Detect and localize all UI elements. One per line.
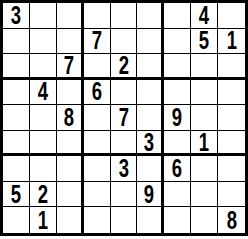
sudoku-cell-r9c2[interactable]: 1: [30, 207, 57, 233]
given-digit: 1: [199, 131, 209, 155]
sudoku-cell-r7c9[interactable]: [218, 156, 245, 182]
given-digit: 3: [144, 131, 154, 155]
sudoku-cell-r9c5[interactable]: [111, 207, 138, 233]
sudoku-cell-r6c8[interactable]: 1: [191, 131, 218, 157]
sudoku-cell-r6c5[interactable]: [111, 131, 138, 157]
sudoku-cell-r4c1[interactable]: [3, 80, 30, 106]
sudoku-cell-r7c4[interactable]: [84, 156, 111, 182]
sudoku-cell-r9c6[interactable]: [137, 207, 164, 233]
sudoku-cell-r5c5[interactable]: 7: [111, 105, 138, 131]
sudoku-cell-r8c6[interactable]: 9: [137, 182, 164, 208]
given-digit: 6: [172, 156, 182, 181]
given-digit: 3: [118, 156, 128, 181]
sudoku-cell-r4c9[interactable]: [218, 80, 245, 106]
sudoku-cell-r9c3[interactable]: [57, 207, 84, 233]
given-digit: 1: [226, 29, 236, 54]
sudoku-cell-r3c5[interactable]: 2: [111, 54, 138, 80]
sudoku-cell-r6c3[interactable]: [57, 131, 84, 157]
sudoku-cell-r2c3[interactable]: [57, 29, 84, 55]
sudoku-cell-r8c1[interactable]: 5: [3, 182, 30, 208]
sudoku-cell-r2c9[interactable]: 1: [218, 29, 245, 55]
sudoku-cell-r5c9[interactable]: [218, 105, 245, 131]
given-digit: 7: [64, 54, 74, 78]
sudoku-cell-r3c2[interactable]: [30, 54, 57, 80]
sudoku-cell-r5c7[interactable]: 9: [164, 105, 191, 131]
sudoku-cell-r9c4[interactable]: [84, 207, 111, 233]
sudoku-cell-r7c2[interactable]: [30, 156, 57, 182]
sudoku-cell-r1c2[interactable]: [30, 3, 57, 29]
given-digit: 4: [38, 80, 48, 105]
sudoku-cell-r8c3[interactable]: [57, 182, 84, 208]
sudoku-cell-r6c2[interactable]: [30, 131, 57, 157]
given-digit: 3: [11, 3, 21, 28]
given-digit: 9: [144, 182, 154, 207]
given-digit: 8: [226, 208, 236, 233]
sudoku-cell-r7c1[interactable]: [3, 156, 30, 182]
sudoku-cell-r1c8[interactable]: 4: [191, 3, 218, 29]
sudoku-cell-r1c6[interactable]: [137, 3, 164, 29]
sudoku-board: 347517246879313652918: [0, 0, 248, 236]
sudoku-cell-r8c7[interactable]: [164, 182, 191, 208]
sudoku-cell-r8c4[interactable]: [84, 182, 111, 208]
sudoku-cell-r7c6[interactable]: [137, 156, 164, 182]
sudoku-cell-r3c7[interactable]: [164, 54, 191, 80]
sudoku-cell-r4c8[interactable]: [191, 80, 218, 106]
given-digit: 1: [38, 208, 48, 233]
sudoku-cell-r2c2[interactable]: [30, 29, 57, 55]
sudoku-cell-r6c4[interactable]: [84, 131, 111, 157]
sudoku-cell-r2c6[interactable]: [137, 29, 164, 55]
sudoku-cell-r4c4[interactable]: 6: [84, 80, 111, 106]
sudoku-cell-r2c8[interactable]: 5: [191, 29, 218, 55]
sudoku-cell-r2c7[interactable]: [164, 29, 191, 55]
sudoku-cell-r3c4[interactable]: [84, 54, 111, 80]
sudoku-cell-r5c6[interactable]: [137, 105, 164, 131]
sudoku-cell-r7c3[interactable]: [57, 156, 84, 182]
sudoku-cell-r2c1[interactable]: [3, 29, 30, 55]
sudoku-cell-r1c3[interactable]: [57, 3, 84, 29]
sudoku-cell-r5c4[interactable]: [84, 105, 111, 131]
sudoku-cell-r4c3[interactable]: [57, 80, 84, 106]
sudoku-cell-r4c2[interactable]: 4: [30, 80, 57, 106]
sudoku-cell-r9c8[interactable]: [191, 207, 218, 233]
sudoku-cell-r8c9[interactable]: [218, 182, 245, 208]
sudoku-cell-r6c6[interactable]: 3: [137, 131, 164, 157]
given-digit: 5: [11, 182, 21, 207]
sudoku-cell-r1c7[interactable]: [164, 3, 191, 29]
sudoku-cell-r6c1[interactable]: [3, 131, 30, 157]
sudoku-cell-r9c7[interactable]: [164, 207, 191, 233]
given-digit: 7: [91, 29, 101, 54]
sudoku-cell-r5c2[interactable]: [30, 105, 57, 131]
given-digit: 9: [172, 105, 182, 130]
sudoku-cell-r4c5[interactable]: [111, 80, 138, 106]
sudoku-cell-r4c6[interactable]: [137, 80, 164, 106]
sudoku-cell-r1c9[interactable]: [218, 3, 245, 29]
sudoku-cell-r9c9[interactable]: 8: [218, 207, 245, 233]
sudoku-cell-r5c3[interactable]: 8: [57, 105, 84, 131]
sudoku-cell-r6c9[interactable]: [218, 131, 245, 157]
sudoku-cell-r3c3[interactable]: 7: [57, 54, 84, 80]
sudoku-cell-r1c5[interactable]: [111, 3, 138, 29]
given-digit: 4: [199, 3, 209, 28]
sudoku-cell-r7c8[interactable]: [191, 156, 218, 182]
given-digit: 6: [91, 80, 101, 105]
sudoku-cell-r5c1[interactable]: [3, 105, 30, 131]
given-digit: 2: [38, 182, 48, 207]
sudoku-cell-r7c5[interactable]: 3: [111, 156, 138, 182]
sudoku-cell-r7c7[interactable]: 6: [164, 156, 191, 182]
sudoku-cell-r6c7[interactable]: [164, 131, 191, 157]
sudoku-cell-r9c1[interactable]: [3, 207, 30, 233]
given-digit: 8: [64, 105, 74, 130]
sudoku-cell-r3c1[interactable]: [3, 54, 30, 80]
sudoku-cell-r8c2[interactable]: 2: [30, 182, 57, 208]
given-digit: 5: [199, 29, 209, 54]
sudoku-cell-r8c5[interactable]: [111, 182, 138, 208]
sudoku-cell-r1c4[interactable]: [84, 3, 111, 29]
sudoku-cell-r3c6[interactable]: [137, 54, 164, 80]
sudoku-cell-r5c8[interactable]: [191, 105, 218, 131]
sudoku-cell-r2c4[interactable]: 7: [84, 29, 111, 55]
given-digit: 7: [118, 105, 128, 130]
given-digit: 2: [118, 54, 128, 78]
sudoku-cell-r1c1[interactable]: 3: [3, 3, 30, 29]
sudoku-cell-r8c8[interactable]: [191, 182, 218, 208]
sudoku-cell-r3c9[interactable]: [218, 54, 245, 80]
sudoku-cell-r3c8[interactable]: [191, 54, 218, 80]
sudoku-cell-r4c7[interactable]: [164, 80, 191, 106]
sudoku-cell-r2c5[interactable]: [111, 29, 138, 55]
